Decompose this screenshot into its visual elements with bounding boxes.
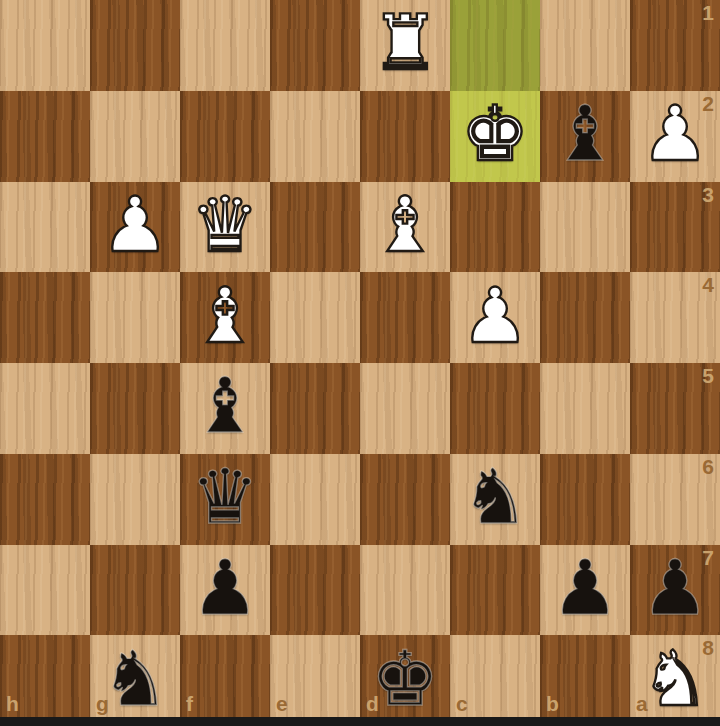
black-bishop-f5[interactable]: ♝ <box>191 363 259 451</box>
square-d5[interactable] <box>360 363 450 454</box>
white-knight-a8[interactable]: ♞ <box>641 635 709 723</box>
square-g2[interactable] <box>90 91 180 182</box>
square-h3[interactable] <box>0 182 90 273</box>
square-f2[interactable] <box>180 91 270 182</box>
white-bishop-d3[interactable]: ♝ <box>371 182 439 270</box>
square-f7[interactable]: ♟ <box>180 545 270 636</box>
square-h1[interactable] <box>0 0 90 91</box>
rank-label-5: 5 <box>702 364 714 388</box>
black-queen-f6[interactable]: ♛ <box>191 454 259 542</box>
chess-board: ♜1♚♝♟2♟♛♝3♝♟4♝5♛♞6♟♟♟7h♞gfe♚dcb♞8a <box>0 0 720 726</box>
square-e6[interactable] <box>270 454 360 545</box>
file-label-c: c <box>456 692 468 716</box>
square-f6[interactable]: ♛ <box>180 454 270 545</box>
square-b8[interactable]: b <box>540 635 630 726</box>
square-f1[interactable] <box>180 0 270 91</box>
white-pawn-a2[interactable]: ♟ <box>641 91 709 179</box>
white-king-c2[interactable]: ♚ <box>461 91 529 179</box>
square-a1[interactable]: 1 <box>630 0 720 91</box>
black-knight-c6[interactable]: ♞ <box>461 454 529 542</box>
bottom-edge-bar <box>0 717 720 726</box>
square-h6[interactable] <box>0 454 90 545</box>
square-e7[interactable] <box>270 545 360 636</box>
square-e3[interactable] <box>270 182 360 273</box>
square-b7[interactable]: ♟ <box>540 545 630 636</box>
rank-label-4: 4 <box>702 273 714 297</box>
white-queen-f3[interactable]: ♛ <box>191 182 259 270</box>
square-c3[interactable] <box>450 182 540 273</box>
white-pawn-g3[interactable]: ♟ <box>101 182 169 270</box>
square-f5[interactable]: ♝ <box>180 363 270 454</box>
square-g3[interactable]: ♟ <box>90 182 180 273</box>
rank-label-1: 1 <box>702 1 714 25</box>
white-rook-d1[interactable]: ♜ <box>371 0 439 88</box>
white-bishop-f4[interactable]: ♝ <box>191 272 259 360</box>
black-pawn-b7[interactable]: ♟ <box>551 545 619 633</box>
square-e2[interactable] <box>270 91 360 182</box>
square-a3[interactable]: 3 <box>630 182 720 273</box>
white-pawn-c4[interactable]: ♟ <box>461 272 529 360</box>
square-g7[interactable] <box>90 545 180 636</box>
square-b1[interactable] <box>540 0 630 91</box>
square-d4[interactable] <box>360 272 450 363</box>
square-a6[interactable]: 6 <box>630 454 720 545</box>
square-g4[interactable] <box>90 272 180 363</box>
black-pawn-f7[interactable]: ♟ <box>191 545 259 633</box>
square-b5[interactable] <box>540 363 630 454</box>
square-a8[interactable]: ♞8a <box>630 635 720 726</box>
square-g5[interactable] <box>90 363 180 454</box>
square-g8[interactable]: ♞g <box>90 635 180 726</box>
square-e8[interactable]: e <box>270 635 360 726</box>
square-e5[interactable] <box>270 363 360 454</box>
square-c5[interactable] <box>450 363 540 454</box>
square-h4[interactable] <box>0 272 90 363</box>
file-label-f: f <box>186 692 193 716</box>
square-b3[interactable] <box>540 182 630 273</box>
file-label-e: e <box>276 692 288 716</box>
square-c6[interactable]: ♞ <box>450 454 540 545</box>
rank-label-6: 6 <box>702 455 714 479</box>
square-f8[interactable]: f <box>180 635 270 726</box>
rank-label-3: 3 <box>702 183 714 207</box>
square-a7[interactable]: ♟7 <box>630 545 720 636</box>
square-f4[interactable]: ♝ <box>180 272 270 363</box>
square-c1[interactable] <box>450 0 540 91</box>
file-label-b: b <box>546 692 559 716</box>
square-d3[interactable]: ♝ <box>360 182 450 273</box>
square-h8[interactable]: h <box>0 635 90 726</box>
square-d1[interactable]: ♜ <box>360 0 450 91</box>
square-b4[interactable] <box>540 272 630 363</box>
square-c7[interactable] <box>450 545 540 636</box>
square-a4[interactable]: 4 <box>630 272 720 363</box>
square-g1[interactable] <box>90 0 180 91</box>
black-bishop-b2[interactable]: ♝ <box>551 91 619 179</box>
square-h2[interactable] <box>0 91 90 182</box>
square-d6[interactable] <box>360 454 450 545</box>
square-h7[interactable] <box>0 545 90 636</box>
square-h5[interactable] <box>0 363 90 454</box>
square-d7[interactable] <box>360 545 450 636</box>
square-a2[interactable]: ♟2 <box>630 91 720 182</box>
file-label-h: h <box>6 692 19 716</box>
square-e1[interactable] <box>270 0 360 91</box>
square-c8[interactable]: c <box>450 635 540 726</box>
black-king-d8[interactable]: ♚ <box>371 635 439 723</box>
black-pawn-a7[interactable]: ♟ <box>641 545 709 633</box>
square-g6[interactable] <box>90 454 180 545</box>
square-f3[interactable]: ♛ <box>180 182 270 273</box>
black-knight-g8[interactable]: ♞ <box>101 635 169 723</box>
square-c2[interactable]: ♚ <box>450 91 540 182</box>
chess-board-window: ♜1♚♝♟2♟♛♝3♝♟4♝5♛♞6♟♟♟7h♞gfe♚dcb♞8a <box>0 0 720 726</box>
square-d8[interactable]: ♚d <box>360 635 450 726</box>
square-e4[interactable] <box>270 272 360 363</box>
square-b2[interactable]: ♝ <box>540 91 630 182</box>
square-c4[interactable]: ♟ <box>450 272 540 363</box>
square-b6[interactable] <box>540 454 630 545</box>
square-d2[interactable] <box>360 91 450 182</box>
square-a5[interactable]: 5 <box>630 363 720 454</box>
